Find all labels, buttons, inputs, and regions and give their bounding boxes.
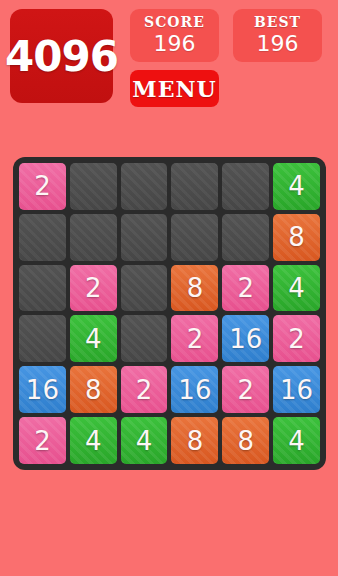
tile-2: 2 — [273, 315, 320, 362]
tile-2: 2 — [19, 417, 66, 464]
tile-16: 16 — [171, 366, 218, 413]
empty-cell — [222, 163, 269, 210]
empty-cell — [171, 163, 218, 210]
tile-4: 4 — [70, 315, 117, 362]
best-value: 196 — [257, 31, 299, 57]
empty-cell — [121, 315, 168, 362]
empty-cell — [19, 265, 66, 312]
app-logo-4096: 4096 — [10, 9, 113, 103]
empty-cell — [121, 163, 168, 210]
empty-cell — [70, 214, 117, 261]
tile-8: 8 — [70, 366, 117, 413]
tile-2: 2 — [222, 265, 269, 312]
score-value: 196 — [154, 31, 196, 57]
tile-4: 4 — [70, 417, 117, 464]
tile-4: 4 — [273, 163, 320, 210]
tile-16: 16 — [273, 366, 320, 413]
tile-8: 8 — [273, 214, 320, 261]
tile-2: 2 — [222, 366, 269, 413]
tile-2: 2 — [19, 163, 66, 210]
tile-16: 16 — [222, 315, 269, 362]
tile-2: 2 — [121, 366, 168, 413]
empty-cell — [222, 214, 269, 261]
empty-cell — [121, 214, 168, 261]
best-box: BEST 196 — [233, 9, 322, 62]
tile-4: 4 — [273, 265, 320, 312]
score-label: SCORE — [144, 14, 205, 31]
score-box: SCORE 196 — [130, 9, 219, 62]
tile-16: 16 — [19, 366, 66, 413]
tile-2: 2 — [70, 265, 117, 312]
board[interactable]: 248282442162168216216244884 — [13, 157, 326, 470]
tile-2: 2 — [171, 315, 218, 362]
empty-cell — [171, 214, 218, 261]
empty-cell — [70, 163, 117, 210]
tile-8: 8 — [171, 417, 218, 464]
best-label: BEST — [254, 14, 301, 31]
empty-cell — [121, 265, 168, 312]
tile-8: 8 — [171, 265, 218, 312]
tile-4: 4 — [121, 417, 168, 464]
tile-4: 4 — [273, 417, 320, 464]
menu-button[interactable]: MENU — [130, 70, 219, 107]
empty-cell — [19, 315, 66, 362]
tile-8: 8 — [222, 417, 269, 464]
empty-cell — [19, 214, 66, 261]
